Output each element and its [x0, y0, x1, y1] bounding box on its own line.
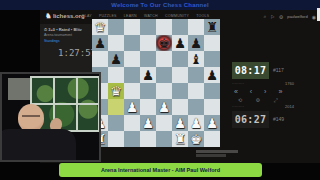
- square-h4[interactable]: [204, 83, 220, 99]
- nav-item-tools[interactable]: TOOLS: [196, 14, 209, 18]
- knight-logo-icon: ♞: [45, 12, 51, 19]
- piece-white-P-e3[interactable]: ♟: [156, 99, 172, 115]
- challenge-icon[interactable]: ⚐: [270, 14, 274, 20]
- square-a6[interactable]: [92, 51, 108, 67]
- square-c1[interactable]: [124, 131, 140, 147]
- square-g3[interactable]: [188, 99, 204, 115]
- piece-black-P-h5[interactable]: ♟: [204, 67, 220, 83]
- square-b8[interactable]: [108, 19, 124, 35]
- piece-white-P-d2[interactable]: ♟: [140, 115, 156, 131]
- black-player-row[interactable]: ········· 1760: [232, 81, 294, 86]
- square-b4[interactable]: ♛: [108, 83, 124, 99]
- piece-black-P-f7[interactable]: ♟: [172, 35, 188, 51]
- square-e7[interactable]: ♚: [156, 35, 172, 51]
- square-b3[interactable]: [108, 99, 124, 115]
- square-c5[interactable]: [124, 67, 140, 83]
- square-h1[interactable]: [204, 131, 220, 147]
- white-player-name: ·········: [232, 104, 244, 109]
- square-c6[interactable]: [124, 51, 140, 67]
- game-info-line1: ⏱ 3+0 • Rated • Blitz: [44, 27, 99, 32]
- header-right: ⌕ ⚐ ⚙ paulwelford ◉: [263, 13, 316, 20]
- square-g8[interactable]: [188, 19, 204, 35]
- square-d4[interactable]: [140, 83, 156, 99]
- tournament-countdown: 1:27:57: [44, 48, 99, 58]
- piece-white-P-f2[interactable]: ♟: [172, 115, 188, 131]
- square-b5[interactable]: [108, 67, 124, 83]
- square-e4[interactable]: [156, 83, 172, 99]
- square-d7[interactable]: [140, 35, 156, 51]
- square-e2[interactable]: [156, 115, 172, 131]
- square-b6[interactable]: ♟: [108, 51, 124, 67]
- white-arena-rank: #149: [273, 116, 284, 122]
- square-h3[interactable]: [204, 99, 220, 115]
- analysis-tool-icons[interactable]: ⟲ ⚙ ⤢: [238, 97, 283, 104]
- square-b7[interactable]: [108, 35, 124, 51]
- white-clock: 06:27: [232, 111, 269, 128]
- square-f1[interactable]: ♜: [172, 131, 188, 147]
- piece-black-P-a7[interactable]: ♟: [92, 35, 108, 51]
- square-f4[interactable]: [172, 83, 188, 99]
- piece-white-R-f1[interactable]: ♜: [172, 131, 188, 147]
- board-footer-text-line1: [196, 150, 238, 153]
- square-d3[interactable]: [140, 99, 156, 115]
- square-d6[interactable]: [140, 51, 156, 67]
- stream-frame: Welcome To Our Chess Channel ♞ lichess.o…: [0, 0, 320, 180]
- game-info-line2: Arena tournament: [44, 33, 99, 37]
- piece-white-K-g1[interactable]: ♚: [188, 131, 204, 147]
- square-f8[interactable]: [172, 19, 188, 35]
- square-e6[interactable]: [156, 51, 172, 67]
- power-icon[interactable]: ◉: [312, 14, 316, 20]
- square-h7[interactable]: [204, 35, 220, 51]
- square-d2[interactable]: ♟: [140, 115, 156, 131]
- square-f5[interactable]: [172, 67, 188, 83]
- square-b2[interactable]: [108, 115, 124, 131]
- square-h5[interactable]: ♟: [204, 67, 220, 83]
- piece-white-Q-a8[interactable]: ♛: [92, 19, 108, 35]
- streamer-body: [0, 129, 76, 162]
- square-d1[interactable]: [140, 131, 156, 147]
- piece-black-R-h8[interactable]: ♜: [204, 19, 220, 35]
- move-nav-buttons[interactable]: « ‹ › »: [234, 88, 287, 95]
- username[interactable]: paulwelford: [287, 14, 307, 19]
- square-g7[interactable]: ♟: [188, 35, 204, 51]
- square-b1[interactable]: [108, 131, 124, 147]
- main-nav: PLAYPUZZLESLEARNWATCHCOMMUNITYTOOLS: [82, 14, 209, 18]
- piece-white-P-h2[interactable]: ♟: [204, 115, 220, 131]
- piece-black-P-d5[interactable]: ♟: [140, 67, 156, 83]
- nav-item-community[interactable]: COMMUNITY: [165, 14, 189, 18]
- streamer-glasses: [22, 115, 40, 117]
- streamer-head: [18, 104, 44, 132]
- square-f3[interactable]: [172, 99, 188, 115]
- square-g4[interactable]: [188, 83, 204, 99]
- piece-black-P-g7[interactable]: ♟: [188, 35, 204, 51]
- black-player-rating: 1760: [285, 81, 294, 86]
- square-a7[interactable]: ♟: [92, 35, 108, 51]
- square-f7[interactable]: ♟: [172, 35, 188, 51]
- square-g6[interactable]: ♝: [188, 51, 204, 67]
- square-e8[interactable]: [156, 19, 172, 35]
- nav-item-learn[interactable]: LEARN: [124, 14, 137, 18]
- square-d5[interactable]: ♟: [140, 67, 156, 83]
- nav-item-watch[interactable]: WATCH: [144, 14, 158, 18]
- black-clock: 08:17: [232, 62, 269, 79]
- piece-black-K-e7[interactable]: ♚: [156, 35, 172, 51]
- board-footer-text-line2: [196, 154, 226, 157]
- square-c7[interactable]: [124, 35, 140, 51]
- webcam-overlay: [0, 72, 101, 162]
- square-f2[interactable]: ♟: [172, 115, 188, 131]
- black-arena-rank: #117: [273, 67, 284, 73]
- piece-white-P-g2[interactable]: ♟: [188, 115, 204, 131]
- nav-item-puzzles[interactable]: PUZZLES: [99, 14, 117, 18]
- window-mullion: [32, 103, 98, 105]
- white-player-rating: 2014: [285, 104, 294, 109]
- square-h2[interactable]: ♟: [204, 115, 220, 131]
- square-g1[interactable]: ♚: [188, 131, 204, 147]
- piece-white-Q-b4[interactable]: ♛: [108, 83, 124, 99]
- square-g2[interactable]: ♟: [188, 115, 204, 131]
- square-e1[interactable]: [156, 131, 172, 147]
- square-c2[interactable]: [124, 115, 140, 131]
- settings-icon[interactable]: ⚙: [279, 14, 283, 20]
- square-e5[interactable]: [156, 67, 172, 83]
- search-icon[interactable]: ⌕: [263, 13, 266, 20]
- piece-black-P-b6[interactable]: ♟: [108, 51, 124, 67]
- piece-white-P-c3[interactable]: ♟: [124, 99, 140, 115]
- square-c4[interactable]: [124, 83, 140, 99]
- square-d8[interactable]: [140, 19, 156, 35]
- square-h8[interactable]: ♜: [204, 19, 220, 35]
- logo-text: lichess.org: [53, 13, 85, 19]
- square-c8[interactable]: [124, 19, 140, 35]
- chess-board[interactable]: ♛♜♟♚♟♟♟♝♟♟♛♟♟♟♟♟♟♟♜♜♚: [92, 19, 220, 147]
- nav-item-play[interactable]: PLAY: [82, 14, 92, 18]
- top-banner: Welcome To Our Chess Channel: [0, 0, 320, 10]
- white-player-row[interactable]: ········· 2014: [232, 104, 294, 109]
- square-a8[interactable]: ♛: [92, 19, 108, 35]
- square-g5[interactable]: [188, 67, 204, 83]
- lichess-logo[interactable]: ♞ lichess.org: [45, 12, 85, 20]
- square-f6[interactable]: [172, 51, 188, 67]
- piece-black-B-g6[interactable]: ♝: [188, 51, 204, 67]
- bottom-banner: Arena International Master - AIM Paul We…: [59, 163, 262, 177]
- square-e3[interactable]: ♟: [156, 99, 172, 115]
- tournament-link[interactable]: Standings: [44, 39, 99, 43]
- black-player-name: ·········: [232, 81, 244, 86]
- square-c3[interactable]: ♟: [124, 99, 140, 115]
- square-h6[interactable]: [204, 51, 220, 67]
